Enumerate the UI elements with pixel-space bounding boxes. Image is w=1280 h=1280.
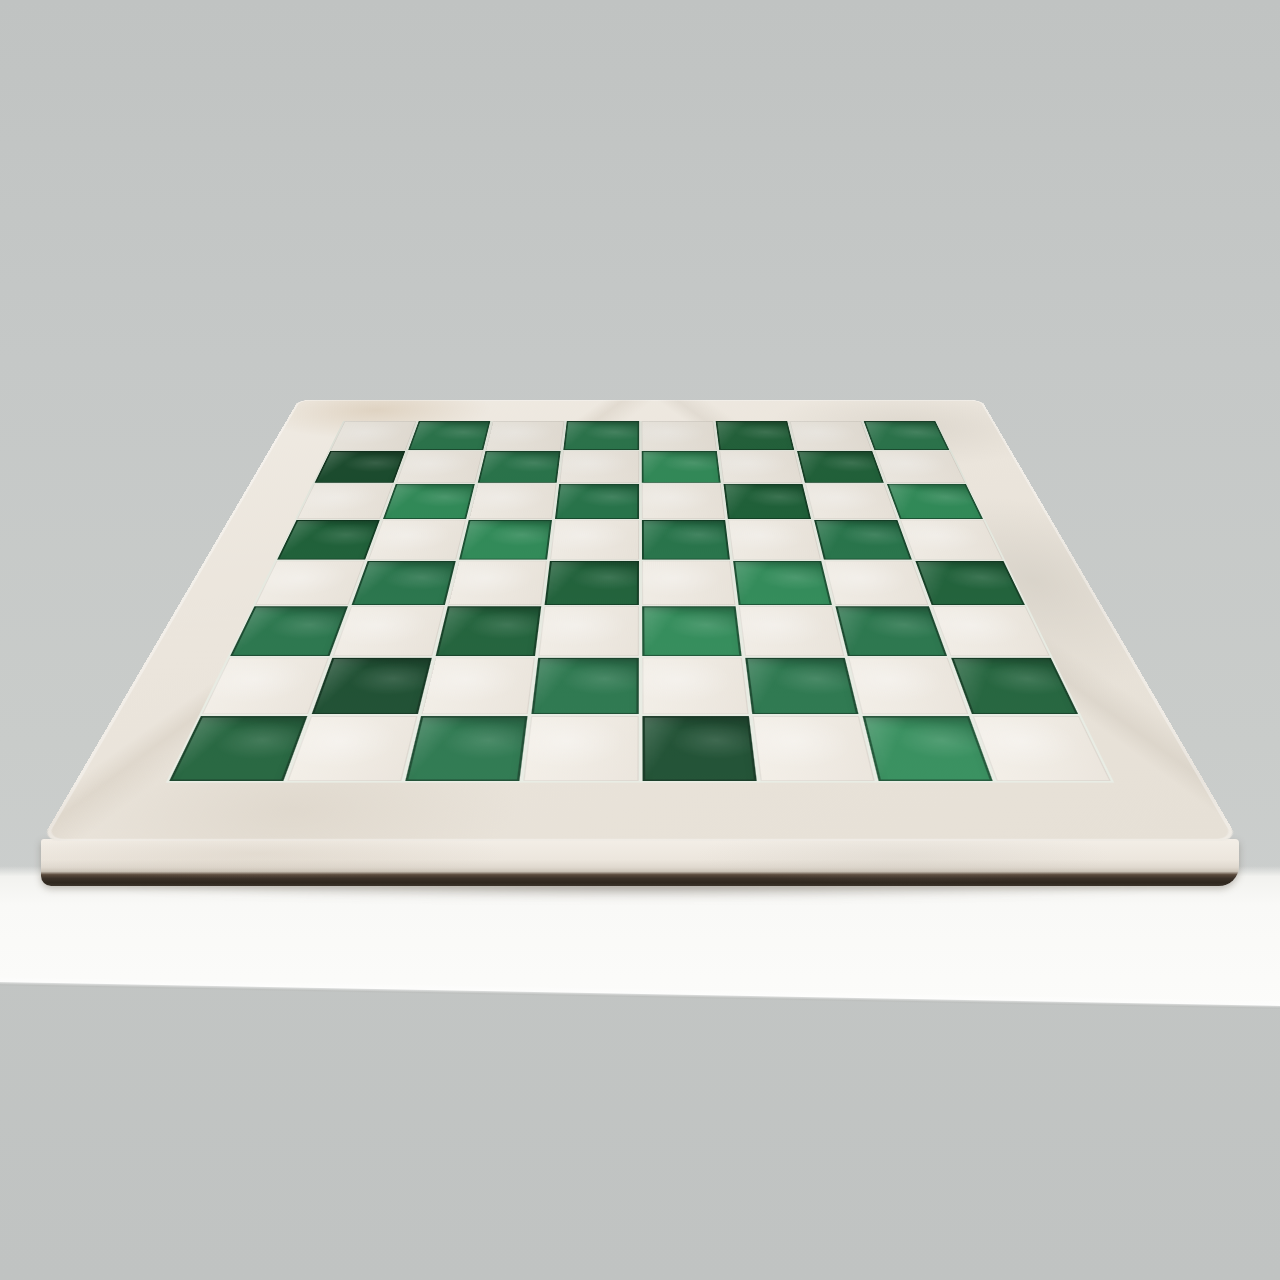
square-h6: [887, 484, 983, 519]
square-a6: [297, 484, 393, 519]
square-b8: [408, 421, 490, 450]
square-g1: [862, 716, 992, 781]
square-b7: [396, 451, 483, 483]
square-f2: [745, 658, 858, 714]
square-c1: [406, 716, 528, 781]
square-h2: [951, 658, 1078, 714]
square-c6: [469, 484, 557, 519]
square-b2: [312, 658, 432, 714]
square-c4: [448, 561, 547, 605]
square-g6: [805, 484, 897, 519]
square-h3: [932, 606, 1050, 656]
square-e3: [642, 606, 742, 656]
chess-board-scene: [205, 125, 1075, 995]
square-g7: [797, 451, 884, 483]
square-f7: [719, 451, 802, 483]
square-f5: [728, 520, 821, 559]
square-e4: [642, 561, 735, 605]
square-h7: [875, 451, 966, 483]
square-b4: [352, 561, 456, 605]
square-a4: [255, 561, 365, 605]
square-a8: [331, 421, 417, 450]
square-f8: [715, 421, 794, 450]
square-e6: [641, 484, 724, 519]
square-d7: [560, 451, 639, 483]
square-h4: [915, 561, 1025, 605]
square-d6: [555, 484, 638, 519]
square-g4: [824, 561, 928, 605]
square-b5: [368, 520, 466, 559]
square-f3: [738, 606, 844, 656]
square-f1: [752, 716, 874, 781]
square-a2: [202, 658, 329, 714]
square-f4: [733, 561, 832, 605]
board-grid: [169, 421, 1111, 781]
square-c3: [436, 606, 542, 656]
square-d2: [532, 658, 638, 714]
square-a5: [277, 520, 379, 559]
square-a7: [315, 451, 406, 483]
square-c8: [486, 421, 565, 450]
square-d4: [545, 561, 638, 605]
square-d1: [524, 716, 638, 781]
square-b3: [333, 606, 445, 656]
square-d8: [564, 421, 639, 450]
square-d5: [550, 520, 638, 559]
square-g2: [848, 658, 968, 714]
square-c5: [459, 520, 552, 559]
chess-board: [41, 400, 1240, 842]
square-b6: [383, 484, 475, 519]
square-c2: [422, 658, 535, 714]
square-a1: [169, 716, 307, 781]
square-e2: [642, 658, 748, 714]
square-g3: [835, 606, 947, 656]
square-h5: [900, 520, 1002, 559]
square-b1: [287, 716, 417, 781]
square-d3: [539, 606, 639, 656]
square-c7: [478, 451, 561, 483]
square-h1: [973, 716, 1111, 781]
square-g5: [814, 520, 912, 559]
square-a3: [230, 606, 348, 656]
square-e1: [642, 716, 756, 781]
square-g8: [790, 421, 872, 450]
square-e7: [641, 451, 720, 483]
square-e8: [641, 421, 716, 450]
square-e5: [641, 520, 729, 559]
product-photo: [0, 0, 1280, 1280]
square-h8: [864, 421, 950, 450]
square-f6: [723, 484, 811, 519]
